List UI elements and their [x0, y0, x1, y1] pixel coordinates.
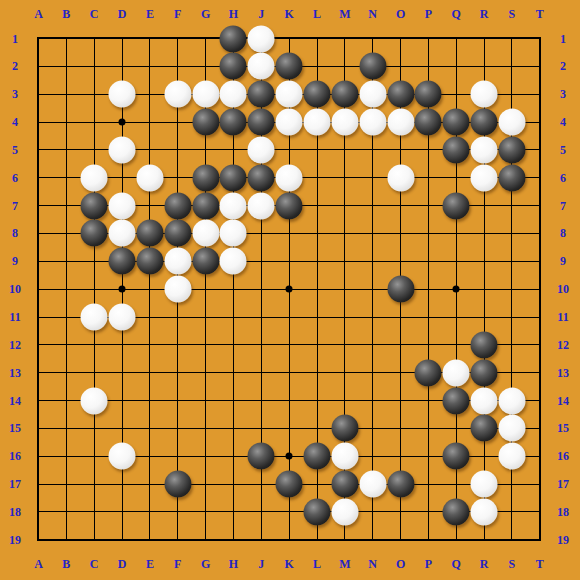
row-label-right: 10	[557, 283, 569, 295]
black-stone	[81, 220, 108, 247]
column-label-bottom: C	[90, 558, 99, 570]
column-label-top: A	[34, 8, 43, 20]
white-stone	[498, 109, 525, 136]
white-stone	[359, 471, 386, 498]
column-label-top: L	[313, 8, 321, 20]
white-stone	[109, 304, 136, 331]
black-stone	[220, 25, 247, 52]
white-stone	[498, 443, 525, 470]
column-label-bottom: O	[396, 558, 405, 570]
row-label-right: 5	[560, 144, 566, 156]
row-label-left: 8	[12, 227, 18, 239]
star-point	[119, 119, 126, 126]
white-stone	[498, 415, 525, 442]
black-stone	[304, 81, 331, 108]
column-label-bottom: B	[62, 558, 70, 570]
row-label-left: 1	[12, 33, 18, 45]
black-stone	[248, 109, 275, 136]
white-stone	[359, 81, 386, 108]
column-label-top: Q	[452, 8, 461, 20]
row-label-left: 10	[9, 283, 21, 295]
column-label-top: F	[174, 8, 181, 20]
column-label-top: D	[118, 8, 127, 20]
white-stone	[164, 81, 191, 108]
black-stone	[443, 387, 470, 414]
black-stone	[471, 415, 498, 442]
white-stone	[248, 192, 275, 219]
white-stone	[109, 192, 136, 219]
column-label-top: E	[146, 8, 154, 20]
white-stone	[359, 109, 386, 136]
row-label-left: 15	[9, 422, 21, 434]
black-stone	[220, 53, 247, 80]
column-label-top: K	[284, 8, 293, 20]
row-label-right: 6	[560, 172, 566, 184]
white-stone	[136, 164, 163, 191]
row-label-right: 13	[557, 367, 569, 379]
white-stone	[248, 53, 275, 80]
white-stone	[248, 25, 275, 52]
white-stone	[387, 164, 414, 191]
black-stone	[192, 164, 219, 191]
row-label-right: 19	[557, 534, 569, 546]
row-label-right: 1	[560, 33, 566, 45]
black-stone	[248, 164, 275, 191]
row-label-left: 16	[9, 450, 21, 462]
black-stone	[248, 81, 275, 108]
black-stone	[498, 136, 525, 163]
black-stone	[81, 192, 108, 219]
column-label-top: B	[62, 8, 70, 20]
black-stone	[415, 109, 442, 136]
column-label-top: J	[258, 8, 264, 20]
row-label-right: 17	[557, 478, 569, 490]
row-label-right: 11	[557, 311, 568, 323]
white-stone	[471, 81, 498, 108]
black-stone	[276, 471, 303, 498]
row-label-right: 2	[560, 60, 566, 72]
row-label-left: 13	[9, 367, 21, 379]
black-stone	[248, 443, 275, 470]
white-stone	[443, 359, 470, 386]
white-stone	[276, 164, 303, 191]
column-label-bottom: L	[313, 558, 321, 570]
white-stone	[164, 276, 191, 303]
white-stone	[164, 248, 191, 275]
white-stone	[220, 81, 247, 108]
black-stone	[498, 164, 525, 191]
column-label-bottom: H	[229, 558, 238, 570]
star-point	[119, 286, 126, 293]
black-stone	[164, 220, 191, 247]
column-label-bottom: J	[258, 558, 264, 570]
black-stone	[192, 248, 219, 275]
row-label-left: 4	[12, 116, 18, 128]
row-label-left: 7	[12, 200, 18, 212]
star-point	[286, 286, 293, 293]
black-stone	[415, 359, 442, 386]
row-label-right: 15	[557, 422, 569, 434]
column-label-top: C	[90, 8, 99, 20]
row-label-left: 11	[9, 311, 20, 323]
white-stone	[331, 109, 358, 136]
black-stone	[276, 192, 303, 219]
black-stone	[220, 164, 247, 191]
column-label-top: T	[536, 8, 544, 20]
column-label-bottom: F	[174, 558, 181, 570]
column-label-top: P	[425, 8, 432, 20]
column-label-bottom: K	[284, 558, 293, 570]
white-stone	[109, 220, 136, 247]
black-stone	[471, 331, 498, 358]
black-stone	[192, 192, 219, 219]
black-stone	[443, 443, 470, 470]
row-label-right: 14	[557, 395, 569, 407]
white-stone	[331, 498, 358, 525]
row-label-right: 16	[557, 450, 569, 462]
column-label-bottom: D	[118, 558, 127, 570]
column-label-bottom: A	[34, 558, 43, 570]
black-stone	[331, 81, 358, 108]
white-stone	[387, 109, 414, 136]
row-label-left: 5	[12, 144, 18, 156]
column-label-top: G	[201, 8, 210, 20]
black-stone	[109, 248, 136, 275]
row-label-right: 4	[560, 116, 566, 128]
row-label-right: 8	[560, 227, 566, 239]
white-stone	[192, 81, 219, 108]
row-label-right: 7	[560, 200, 566, 212]
white-stone	[276, 109, 303, 136]
black-stone	[387, 81, 414, 108]
row-label-left: 17	[9, 478, 21, 490]
column-label-bottom: M	[339, 558, 350, 570]
black-stone	[192, 109, 219, 136]
black-stone	[443, 109, 470, 136]
row-label-right: 3	[560, 88, 566, 100]
black-stone	[471, 109, 498, 136]
black-stone	[331, 471, 358, 498]
white-stone	[471, 387, 498, 414]
black-stone	[443, 192, 470, 219]
white-stone	[220, 248, 247, 275]
row-label-right: 9	[560, 255, 566, 267]
row-label-left: 19	[9, 534, 21, 546]
white-stone	[471, 471, 498, 498]
black-stone	[443, 498, 470, 525]
white-stone	[471, 498, 498, 525]
row-label-right: 12	[557, 339, 569, 351]
white-stone	[81, 164, 108, 191]
row-label-left: 6	[12, 172, 18, 184]
black-stone	[164, 471, 191, 498]
column-label-bottom: G	[201, 558, 210, 570]
black-stone	[136, 220, 163, 247]
column-label-top: H	[229, 8, 238, 20]
black-stone	[304, 498, 331, 525]
white-stone	[220, 220, 247, 247]
column-label-bottom: Q	[452, 558, 461, 570]
column-label-top: O	[396, 8, 405, 20]
black-stone	[276, 53, 303, 80]
white-stone	[331, 443, 358, 470]
column-label-bottom: N	[368, 558, 377, 570]
black-stone	[387, 471, 414, 498]
white-stone	[248, 136, 275, 163]
column-label-bottom: T	[536, 558, 544, 570]
white-stone	[304, 109, 331, 136]
row-label-left: 14	[9, 395, 21, 407]
black-stone	[443, 136, 470, 163]
row-label-left: 3	[12, 88, 18, 100]
white-stone	[109, 136, 136, 163]
black-stone	[359, 53, 386, 80]
column-label-top: S	[509, 8, 516, 20]
white-stone	[276, 81, 303, 108]
go-board[interactable]: AABBCCDDEEFFGGHHJJKKLLMMNNOOPPQQRRSSTT11…	[0, 0, 580, 580]
white-stone	[109, 443, 136, 470]
white-stone	[498, 387, 525, 414]
white-stone	[81, 387, 108, 414]
white-stone	[471, 136, 498, 163]
black-stone	[471, 359, 498, 386]
star-point	[286, 453, 293, 460]
white-stone	[81, 304, 108, 331]
column-label-top: M	[339, 8, 350, 20]
black-stone	[220, 109, 247, 136]
white-stone	[220, 192, 247, 219]
column-label-bottom: R	[480, 558, 489, 570]
black-stone	[136, 248, 163, 275]
column-label-top: R	[480, 8, 489, 20]
white-stone	[109, 81, 136, 108]
column-label-bottom: S	[509, 558, 516, 570]
black-stone	[331, 415, 358, 442]
column-label-bottom: E	[146, 558, 154, 570]
star-point	[453, 286, 460, 293]
row-label-right: 18	[557, 506, 569, 518]
white-stone	[471, 164, 498, 191]
white-stone	[192, 220, 219, 247]
column-label-top: N	[368, 8, 377, 20]
row-label-left: 18	[9, 506, 21, 518]
black-stone	[164, 192, 191, 219]
black-stone	[304, 443, 331, 470]
column-label-bottom: P	[425, 558, 432, 570]
row-label-left: 12	[9, 339, 21, 351]
row-label-left: 9	[12, 255, 18, 267]
black-stone	[415, 81, 442, 108]
black-stone	[387, 276, 414, 303]
row-label-left: 2	[12, 60, 18, 72]
